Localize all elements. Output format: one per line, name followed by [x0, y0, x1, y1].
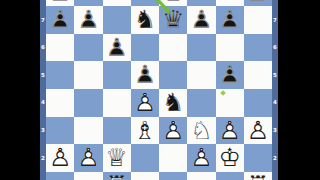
square-c7[interactable] — [103, 6, 131, 34]
square-e1[interactable] — [159, 172, 187, 180]
square-h5[interactable] — [244, 61, 272, 89]
right-rank-label-7: 7 — [272, 17, 278, 24]
black-pawn-piece[interactable]: ♟♙ — [46, 6, 74, 34]
square-f4[interactable] — [187, 89, 215, 117]
square-e7[interactable]: ♛♕ — [159, 6, 187, 34]
square-f1[interactable] — [187, 172, 215, 180]
square-a2[interactable]: ♟♙ — [46, 144, 74, 172]
right-rank-label-6: 6 — [272, 44, 278, 51]
square-b7[interactable]: ♟♙ — [74, 6, 102, 34]
square-f7[interactable]: ♟♙ — [187, 6, 215, 34]
white-rook-piece[interactable]: ♜♖ — [244, 172, 272, 180]
square-a5[interactable] — [46, 61, 74, 89]
square-c3[interactable] — [103, 117, 131, 145]
square-g1[interactable] — [216, 172, 244, 180]
right-coordinate-rail: 765432 — [272, 0, 278, 180]
square-a1[interactable] — [46, 172, 74, 180]
square-c1[interactable]: ♜♖ — [103, 172, 131, 180]
square-b3[interactable] — [74, 117, 102, 145]
square-g2[interactable]: ♚♔ — [216, 144, 244, 172]
square-e6[interactable] — [159, 34, 187, 62]
white-pawn-piece[interactable]: ♟♙ — [216, 117, 244, 145]
square-c6[interactable]: ♟♙ — [103, 34, 131, 62]
square-d6[interactable] — [131, 34, 159, 62]
square-e2[interactable] — [159, 144, 187, 172]
white-pawn-piece[interactable]: ♟♙ — [244, 117, 272, 145]
square-f6[interactable] — [187, 34, 215, 62]
square-a7[interactable]: ♟♙ — [46, 6, 74, 34]
square-h4[interactable] — [244, 89, 272, 117]
square-a4[interactable] — [46, 89, 74, 117]
right-rank-label-2: 2 — [272, 155, 278, 162]
white-pawn-piece[interactable]: ♟♙ — [187, 144, 215, 172]
white-rook-piece[interactable]: ♜♖ — [103, 172, 131, 180]
square-e5[interactable] — [159, 61, 187, 89]
black-pawn-piece[interactable]: ♟♙ — [103, 34, 131, 62]
black-knight-piece[interactable]: ♞♘ — [159, 89, 187, 117]
square-b4[interactable] — [74, 89, 102, 117]
square-g7[interactable]: ♟♙ — [216, 6, 244, 34]
square-d2[interactable] — [131, 144, 159, 172]
square-c5[interactable] — [103, 61, 131, 89]
white-pawn-piece[interactable]: ♟♙ — [159, 117, 187, 145]
square-b5[interactable] — [74, 61, 102, 89]
square-f3[interactable]: ♞♘ — [187, 117, 215, 145]
square-d5[interactable]: ♟♙ — [131, 61, 159, 89]
black-knight-piece[interactable]: ♞♘ — [131, 6, 159, 34]
white-knight-piece[interactable]: ♞♘ — [187, 117, 215, 145]
square-d7[interactable]: ♞♘ — [131, 6, 159, 34]
black-pawn-piece[interactable]: ♟♙ — [216, 6, 244, 34]
square-e3[interactable]: ♟♙ — [159, 117, 187, 145]
white-pawn-piece[interactable]: ♟♙ — [131, 89, 159, 117]
square-h7[interactable] — [244, 6, 272, 34]
square-e4[interactable]: ♞♘ — [159, 89, 187, 117]
square-b1[interactable] — [74, 172, 102, 180]
white-pawn-piece[interactable]: ♟♙ — [46, 144, 74, 172]
white-pawn-piece[interactable]: ♟♙ — [74, 144, 102, 172]
white-queen-piece[interactable]: ♛♕ — [103, 144, 131, 172]
square-d1[interactable] — [131, 172, 159, 180]
chess-board[interactable]: ♜♖♚♔♜♖♟♙♟♙♞♘♛♕♟♙♟♙♟♙♟♙♟♙♟♙♞♘♝♗♟♙♞♘♟♙♟♙♟♙… — [46, 0, 272, 180]
square-a6[interactable] — [46, 34, 74, 62]
right-rank-label-4: 4 — [272, 99, 278, 106]
black-queen-piece[interactable]: ♛♕ — [159, 6, 187, 34]
square-d3[interactable]: ♝♗ — [131, 117, 159, 145]
black-pawn-piece[interactable]: ♟♙ — [216, 61, 244, 89]
square-g6[interactable] — [216, 34, 244, 62]
square-g4[interactable] — [216, 89, 244, 117]
square-d4[interactable]: ♟♙ — [131, 89, 159, 117]
white-bishop-piece[interactable]: ♝♗ — [131, 117, 159, 145]
square-h3[interactable]: ♟♙ — [244, 117, 272, 145]
square-f2[interactable]: ♟♙ — [187, 144, 215, 172]
video-frame: 765432 765432 ♜♖♚♔♜♖♟♙♟♙♞♘♛♕♟♙♟♙♟♙♟♙♟♙♟♙… — [0, 0, 320, 180]
square-h6[interactable] — [244, 34, 272, 62]
black-pawn-piece[interactable]: ♟♙ — [131, 61, 159, 89]
square-b6[interactable] — [74, 34, 102, 62]
square-h1[interactable]: ♜♖ — [244, 172, 272, 180]
right-rank-label-5: 5 — [272, 72, 278, 79]
square-c2[interactable]: ♛♕ — [103, 144, 131, 172]
black-pawn-piece[interactable]: ♟♙ — [74, 6, 102, 34]
square-g5[interactable]: ♟♙ — [216, 61, 244, 89]
square-h2[interactable] — [244, 144, 272, 172]
right-rank-label-3: 3 — [272, 127, 278, 134]
square-g3[interactable]: ♟♙ — [216, 117, 244, 145]
square-b2[interactable]: ♟♙ — [74, 144, 102, 172]
square-c4[interactable] — [103, 89, 131, 117]
square-a3[interactable] — [46, 117, 74, 145]
black-pawn-piece[interactable]: ♟♙ — [187, 6, 215, 34]
white-king-piece[interactable]: ♚♔ — [216, 144, 244, 172]
square-f5[interactable] — [187, 61, 215, 89]
